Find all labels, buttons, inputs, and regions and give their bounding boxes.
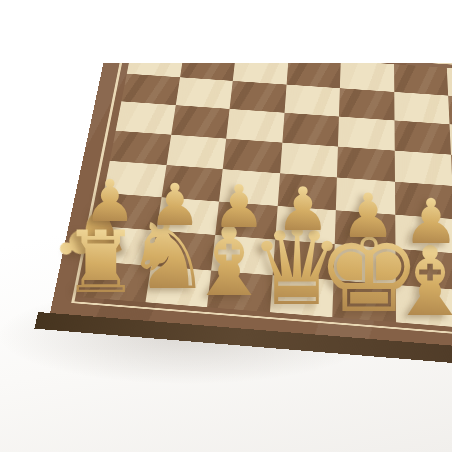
white-pawn-g2[interactable]: ♟ bbox=[403, 191, 452, 253]
white-pawn-e2[interactable]: ♟ bbox=[276, 179, 330, 239]
white-pawn-b2[interactable]: ♟ bbox=[84, 172, 136, 230]
white-pawn-c2[interactable]: ♟ bbox=[149, 176, 201, 234]
chessboard-photo-scene: ♟♜♞♝♛♚♝♟♟♟♟♟♟ bbox=[0, 0, 452, 452]
pieces-layer: ♟♜♞♝♛♚♝♟♟♟♟♟♟ bbox=[0, 0, 452, 452]
white-pawn-f2[interactable]: ♟ bbox=[341, 185, 396, 246]
white-pawn-d2[interactable]: ♟ bbox=[213, 177, 266, 236]
